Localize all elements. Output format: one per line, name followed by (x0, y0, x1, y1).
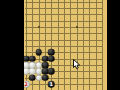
grid-line-horizontal (25, 33, 103, 34)
move-number-label: 1 (50, 81, 53, 86)
grid-line-horizontal (25, 84, 103, 85)
black-stone[interactable] (48, 55, 55, 62)
grid-line-horizontal (25, 59, 103, 60)
black-stone[interactable] (48, 68, 55, 75)
star-point (76, 26, 78, 28)
grid-line-horizontal (25, 40, 103, 41)
grid-line-horizontal (25, 14, 103, 15)
star-point (38, 26, 40, 28)
grid-line-horizontal (25, 8, 103, 9)
black-stone[interactable] (35, 49, 42, 56)
grid-line-horizontal (25, 21, 103, 22)
black-stone[interactable]: 1 (48, 81, 55, 88)
black-stone[interactable] (42, 74, 49, 81)
grid-line-horizontal (25, 2, 103, 3)
white-stone[interactable]: 2 (24, 81, 29, 88)
go-board[interactable]: 21 (24, 0, 107, 90)
grid-line-horizontal (25, 46, 103, 47)
move-number-label: 2 (24, 81, 27, 86)
app-window: 21 (0, 0, 120, 90)
